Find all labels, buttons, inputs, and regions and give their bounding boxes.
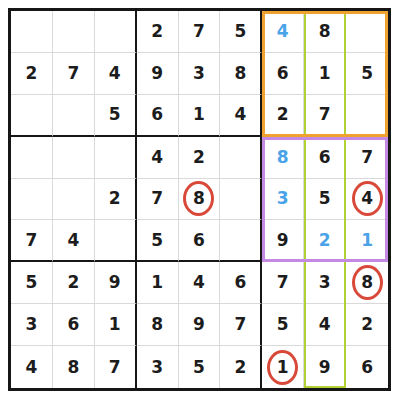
given-digit: 5 xyxy=(277,316,289,333)
given-digit: 6 xyxy=(67,316,79,333)
given-digit: 9 xyxy=(277,232,289,249)
given-digit: 4 xyxy=(234,106,246,123)
given-digit: 6 xyxy=(277,65,289,82)
cell-r9c5[interactable]: 5 xyxy=(179,346,221,388)
given-digit: 1 xyxy=(109,316,121,333)
cell-r1c9[interactable] xyxy=(346,11,388,53)
given-digit: 7 xyxy=(277,274,289,291)
solved-digit: 1 xyxy=(361,232,373,249)
given-digit: 5 xyxy=(234,23,246,40)
given-digit: 2 xyxy=(361,316,373,333)
given-digit: 6 xyxy=(151,106,163,123)
given-digit: 1 xyxy=(319,65,331,82)
given-digit: 4 xyxy=(109,65,121,82)
cell-r9c4[interactable]: 3 xyxy=(137,346,179,388)
cell-r6c3[interactable] xyxy=(95,220,137,262)
cell-r2c3[interactable]: 4 xyxy=(95,53,137,95)
given-digit: 8 xyxy=(361,274,373,291)
cell-r6c6[interactable] xyxy=(220,220,262,262)
cell-r8c9[interactable]: 2 xyxy=(346,304,388,346)
cell-r6c7[interactable]: 9 xyxy=(262,220,304,262)
given-digit: 1 xyxy=(151,274,163,291)
cell-r3c9[interactable] xyxy=(346,95,388,137)
cell-r4c7[interactable]: 8 xyxy=(262,137,304,179)
given-digit: 9 xyxy=(151,65,163,82)
cell-r8c7[interactable]: 5 xyxy=(262,304,304,346)
cell-r2c5[interactable]: 3 xyxy=(179,53,221,95)
cell-r7c4[interactable]: 1 xyxy=(137,262,179,304)
cell-r3c1[interactable] xyxy=(11,95,53,137)
given-digit: 6 xyxy=(319,149,331,166)
cell-r2c4[interactable]: 9 xyxy=(137,53,179,95)
cell-r7c3[interactable]: 9 xyxy=(95,262,137,304)
cell-r2c2[interactable]: 7 xyxy=(53,53,95,95)
cell-r1c8[interactable]: 8 xyxy=(304,11,346,53)
cell-r2c8[interactable]: 1 xyxy=(304,53,346,95)
cell-r8c3[interactable]: 1 xyxy=(95,304,137,346)
given-digit: 2 xyxy=(109,190,121,207)
sudoku-page: 2754827493861556142742867278354745692152… xyxy=(0,0,400,400)
cell-r2c7[interactable]: 6 xyxy=(262,53,304,95)
cell-r5c8[interactable]: 5 xyxy=(304,179,346,221)
given-digit: 7 xyxy=(234,316,246,333)
cell-r3c7[interactable]: 2 xyxy=(262,95,304,137)
cell-r3c6[interactable]: 4 xyxy=(220,95,262,137)
given-digit: 3 xyxy=(319,274,331,291)
cell-r7c6[interactable]: 6 xyxy=(220,262,262,304)
cell-r5c9[interactable]: 4 xyxy=(346,179,388,221)
given-digit: 5 xyxy=(151,232,163,249)
solved-digit: 2 xyxy=(319,232,331,249)
given-digit: 4 xyxy=(193,274,205,291)
cell-r4c5[interactable]: 2 xyxy=(179,137,221,179)
cell-r6c8[interactable]: 2 xyxy=(304,220,346,262)
cell-r2c1[interactable]: 2 xyxy=(11,53,53,95)
cell-r4c9[interactable]: 7 xyxy=(346,137,388,179)
cell-r4c4[interactable]: 4 xyxy=(137,137,179,179)
red-circle-annotation: 8 xyxy=(183,181,214,216)
given-digit: 6 xyxy=(234,274,246,291)
red-circle-annotation: 8 xyxy=(352,265,383,300)
given-digit: 6 xyxy=(361,359,373,376)
given-digit: 4 xyxy=(319,316,331,333)
cell-r9c8[interactable]: 9 xyxy=(304,346,346,388)
given-digit: 5 xyxy=(319,190,331,207)
given-digit: 2 xyxy=(234,359,246,376)
given-digit: 4 xyxy=(151,149,163,166)
cell-r3c8[interactable]: 7 xyxy=(304,95,346,137)
cell-r5c6[interactable] xyxy=(220,179,262,221)
cell-r7c1[interactable]: 5 xyxy=(11,262,53,304)
red-circle-annotation: 1 xyxy=(267,350,298,385)
cell-r5c3[interactable]: 2 xyxy=(95,179,137,221)
given-digit: 9 xyxy=(319,359,331,376)
given-digit: 4 xyxy=(67,232,79,249)
cell-r6c9[interactable]: 1 xyxy=(346,220,388,262)
cell-r3c4[interactable]: 6 xyxy=(137,95,179,137)
cell-r3c2[interactable] xyxy=(53,95,95,137)
solved-digit: 4 xyxy=(277,23,289,40)
given-digit: 5 xyxy=(361,65,373,82)
given-digit: 2 xyxy=(67,274,79,291)
cell-r9c9[interactable]: 6 xyxy=(346,346,388,388)
cell-r1c2[interactable] xyxy=(53,11,95,53)
cell-r6c2[interactable]: 4 xyxy=(53,220,95,262)
cell-r7c7[interactable]: 7 xyxy=(262,262,304,304)
sudoku-board: 2754827493861556142742867278354745692152… xyxy=(8,8,391,391)
given-digit: 3 xyxy=(193,65,205,82)
cell-r1c1[interactable] xyxy=(11,11,53,53)
given-digit: 8 xyxy=(193,190,205,207)
solved-digit: 3 xyxy=(277,190,289,207)
cell-r4c2[interactable] xyxy=(53,137,95,179)
solved-digit: 8 xyxy=(277,149,289,166)
cell-r9c1[interactable]: 4 xyxy=(11,346,53,388)
given-digit: 8 xyxy=(67,359,79,376)
cell-r1c6[interactable]: 5 xyxy=(220,11,262,53)
cell-r6c4[interactable]: 5 xyxy=(137,220,179,262)
cell-r9c3[interactable]: 7 xyxy=(95,346,137,388)
cell-r1c5[interactable]: 7 xyxy=(179,11,221,53)
given-digit: 7 xyxy=(361,149,373,166)
cell-r4c3[interactable] xyxy=(95,137,137,179)
given-digit: 8 xyxy=(151,316,163,333)
given-digit: 5 xyxy=(193,359,205,376)
given-digit: 6 xyxy=(193,232,205,249)
cell-r1c3[interactable] xyxy=(95,11,137,53)
cell-r7c9[interactable]: 8 xyxy=(346,262,388,304)
cell-r5c5[interactable]: 8 xyxy=(179,179,221,221)
given-digit: 1 xyxy=(193,106,205,123)
given-digit: 5 xyxy=(26,274,38,291)
given-digit: 8 xyxy=(234,65,246,82)
cell-r8c6[interactable]: 7 xyxy=(220,304,262,346)
given-digit: 3 xyxy=(151,359,163,376)
cell-r7c2[interactable]: 2 xyxy=(53,262,95,304)
cell-r6c1[interactable]: 7 xyxy=(11,220,53,262)
given-digit: 8 xyxy=(319,23,331,40)
given-digit: 1 xyxy=(277,359,289,376)
given-digit: 2 xyxy=(277,106,289,123)
given-digit: 7 xyxy=(67,65,79,82)
given-digit: 7 xyxy=(109,359,121,376)
given-digit: 7 xyxy=(193,23,205,40)
cell-r4c8[interactable]: 6 xyxy=(304,137,346,179)
cell-r7c5[interactable]: 4 xyxy=(179,262,221,304)
cell-r6c5[interactable]: 6 xyxy=(179,220,221,262)
given-digit: 2 xyxy=(26,65,38,82)
cell-r9c6[interactable]: 2 xyxy=(220,346,262,388)
cell-r5c2[interactable] xyxy=(53,179,95,221)
cell-r3c3[interactable]: 5 xyxy=(95,95,137,137)
cell-r7c8[interactable]: 3 xyxy=(304,262,346,304)
cell-r1c4[interactable]: 2 xyxy=(137,11,179,53)
cell-r8c5[interactable]: 9 xyxy=(179,304,221,346)
cell-r8c1[interactable]: 3 xyxy=(11,304,53,346)
cell-r8c8[interactable]: 4 xyxy=(304,304,346,346)
given-digit: 7 xyxy=(319,106,331,123)
cell-r2c6[interactable]: 8 xyxy=(220,53,262,95)
red-circle-annotation: 4 xyxy=(352,181,383,216)
cell-r4c6[interactable] xyxy=(220,137,262,179)
cell-r2c9[interactable]: 5 xyxy=(346,53,388,95)
given-digit: 4 xyxy=(26,359,38,376)
given-digit: 9 xyxy=(193,316,205,333)
given-digit: 7 xyxy=(151,190,163,207)
given-digit: 7 xyxy=(26,232,38,249)
cell-r4c1[interactable] xyxy=(11,137,53,179)
given-digit: 9 xyxy=(109,274,121,291)
given-digit: 2 xyxy=(151,23,163,40)
cell-r3c5[interactable]: 1 xyxy=(179,95,221,137)
given-digit: 3 xyxy=(26,316,38,333)
cell-r5c7[interactable]: 3 xyxy=(262,179,304,221)
cell-r8c4[interactable]: 8 xyxy=(137,304,179,346)
cell-r1c7[interactable]: 4 xyxy=(262,11,304,53)
given-digit: 4 xyxy=(361,190,373,207)
cell-r8c2[interactable]: 6 xyxy=(53,304,95,346)
given-digit: 5 xyxy=(109,106,121,123)
cell-r9c7[interactable]: 1 xyxy=(262,346,304,388)
cell-r5c4[interactable]: 7 xyxy=(137,179,179,221)
given-digit: 2 xyxy=(193,149,205,166)
cell-r9c2[interactable]: 8 xyxy=(53,346,95,388)
cell-r5c1[interactable] xyxy=(11,179,53,221)
